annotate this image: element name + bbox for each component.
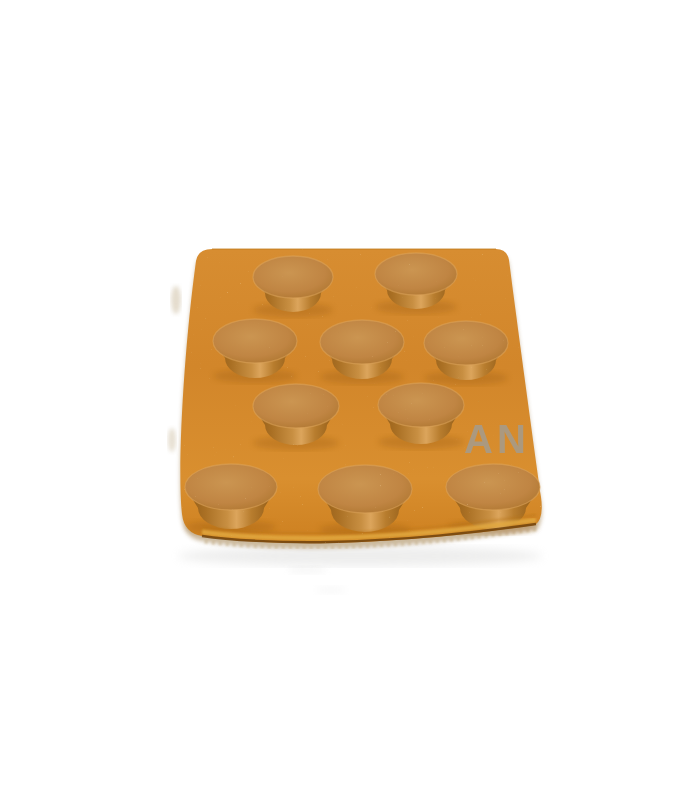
left-edge-fuzz-lower: [168, 428, 176, 452]
shadow-smudge-lower: [316, 586, 346, 594]
ground-shadow: [178, 546, 542, 566]
left-edge-fuzz-upper: [171, 286, 181, 314]
watermark-text: AN: [464, 417, 530, 461]
shadow-smudge-left: [287, 566, 327, 574]
product-photo: AN: [0, 0, 700, 800]
photo-canvas: AN: [0, 0, 700, 800]
speckle-texture-dark: [170, 245, 550, 550]
